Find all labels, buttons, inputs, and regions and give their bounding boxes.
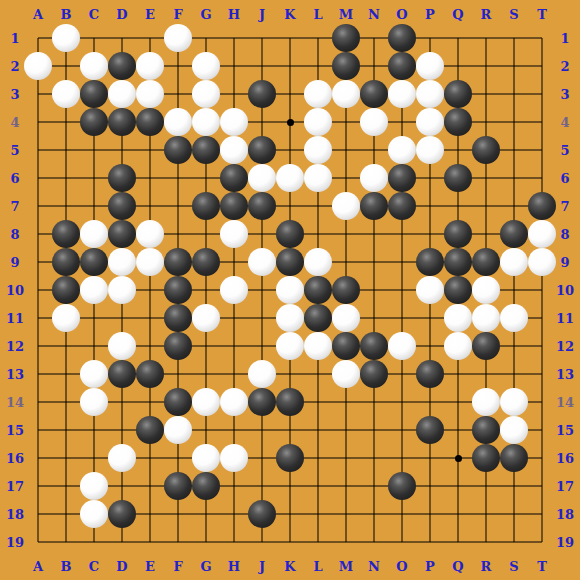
stone-white-P5 [416,136,444,164]
stone-white-B11 [52,304,80,332]
stone-black-O17 [388,472,416,500]
stone-black-M1 [332,24,360,52]
col-label-top-O: O [396,8,407,21]
stone-black-J5 [248,136,276,164]
stone-white-M3 [332,80,360,108]
stone-black-K14 [276,388,304,416]
col-label-bottom-L: L [313,560,322,573]
stone-black-F11 [164,304,192,332]
col-label-bottom-H: H [228,560,240,573]
stone-black-F14 [164,388,192,416]
stone-white-K12 [276,332,304,360]
row-label-right-4: 4 [560,116,569,129]
stone-black-B8 [52,220,80,248]
row-label-right-18: 18 [556,508,574,521]
stone-black-G17 [192,472,220,500]
stone-black-E4 [136,108,164,136]
stone-white-S11 [500,304,528,332]
go-board[interactable]: AABBCCDDEEFFGGHHJJKKLLMMNNOOPPQQRRSSTT11… [0,0,580,580]
stone-black-D2 [108,52,136,80]
row-label-left-4: 4 [10,116,19,129]
stone-white-S9 [500,248,528,276]
col-label-top-E: E [145,8,155,21]
row-label-right-5: 5 [560,144,569,157]
stone-white-S14 [500,388,528,416]
stone-black-C9 [80,248,108,276]
stone-black-G5 [192,136,220,164]
stone-black-B10 [52,276,80,304]
col-label-top-J: J [259,8,265,21]
col-label-bottom-B: B [61,560,72,573]
stone-black-J7 [248,192,276,220]
row-label-right-6: 6 [560,172,569,185]
stone-white-P10 [416,276,444,304]
stone-black-F9 [164,248,192,276]
col-label-top-P: P [425,8,435,21]
row-label-right-9: 9 [560,256,569,269]
col-label-top-D: D [116,8,127,21]
stone-black-D8 [108,220,136,248]
stone-black-F17 [164,472,192,500]
row-label-right-11: 11 [556,312,574,325]
col-label-top-N: N [368,8,380,21]
stone-black-N7 [360,192,388,220]
stone-white-D9 [108,248,136,276]
row-label-right-7: 7 [560,200,569,213]
stone-white-L9 [304,248,332,276]
stone-white-O3 [388,80,416,108]
stone-white-J9 [248,248,276,276]
col-label-bottom-P: P [425,560,435,573]
stone-white-H5 [220,136,248,164]
stone-white-D12 [108,332,136,360]
stone-black-T7 [528,192,556,220]
stone-black-D4 [108,108,136,136]
row-label-left-19: 19 [6,536,24,549]
stone-white-E3 [136,80,164,108]
row-label-left-7: 7 [10,200,19,213]
col-label-bottom-A: A [33,560,43,573]
stone-black-E15 [136,416,164,444]
col-label-top-A: A [33,8,43,21]
stone-black-D18 [108,500,136,528]
row-label-right-17: 17 [556,480,574,493]
stone-white-C14 [80,388,108,416]
stone-white-L6 [304,164,332,192]
stone-white-N6 [360,164,388,192]
stone-black-Q8 [444,220,472,248]
stone-white-D16 [108,444,136,472]
stone-black-Q3 [444,80,472,108]
row-label-left-12: 12 [6,340,24,353]
row-label-left-14: 14 [6,396,24,409]
col-label-bottom-M: M [339,560,353,573]
stone-white-O5 [388,136,416,164]
stone-white-H4 [220,108,248,136]
stone-black-P15 [416,416,444,444]
stone-white-P2 [416,52,444,80]
row-label-right-1: 1 [560,32,569,45]
stone-black-B9 [52,248,80,276]
stone-black-R15 [472,416,500,444]
row-label-left-8: 8 [10,228,19,241]
row-label-left-15: 15 [6,424,24,437]
stone-black-R16 [472,444,500,472]
stone-black-Q6 [444,164,472,192]
stone-black-H6 [220,164,248,192]
stone-black-D7 [108,192,136,220]
stone-black-N13 [360,360,388,388]
stone-black-N3 [360,80,388,108]
stone-black-E13 [136,360,164,388]
stone-black-G9 [192,248,220,276]
stone-white-K11 [276,304,304,332]
row-label-left-5: 5 [10,144,19,157]
stone-white-Q12 [444,332,472,360]
col-label-top-G: G [200,8,211,21]
stone-black-F10 [164,276,192,304]
stone-white-C2 [80,52,108,80]
row-label-left-13: 13 [6,368,24,381]
row-label-right-19: 19 [556,536,574,549]
stone-white-F1 [164,24,192,52]
col-label-bottom-S: S [509,560,518,573]
stone-black-M10 [332,276,360,304]
col-label-top-R: R [481,8,492,21]
row-label-left-2: 2 [10,60,19,73]
stone-white-P3 [416,80,444,108]
row-label-right-2: 2 [560,60,569,73]
col-label-bottom-K: K [284,560,295,573]
stone-white-E9 [136,248,164,276]
stone-white-H10 [220,276,248,304]
stone-black-L10 [304,276,332,304]
stone-black-K8 [276,220,304,248]
stone-black-O7 [388,192,416,220]
stone-white-B3 [52,80,80,108]
stone-white-Q11 [444,304,472,332]
stone-white-J13 [248,360,276,388]
col-label-bottom-O: O [396,560,407,573]
row-label-right-16: 16 [556,452,574,465]
stone-white-H8 [220,220,248,248]
stone-black-G7 [192,192,220,220]
col-label-top-L: L [313,8,322,21]
row-label-left-9: 9 [10,256,19,269]
col-label-top-M: M [339,8,353,21]
stone-white-F15 [164,416,192,444]
row-label-left-17: 17 [6,480,24,493]
row-label-left-18: 18 [6,508,24,521]
stone-white-C17 [80,472,108,500]
stone-black-K16 [276,444,304,472]
row-label-left-1: 1 [10,32,19,45]
stone-black-O1 [388,24,416,52]
col-label-top-F: F [173,8,182,21]
stone-white-K6 [276,164,304,192]
col-label-top-K: K [284,8,295,21]
col-label-bottom-E: E [145,560,155,573]
stone-black-F5 [164,136,192,164]
row-label-left-3: 3 [10,88,19,101]
stone-white-F4 [164,108,192,136]
stone-white-N4 [360,108,388,136]
stone-white-D3 [108,80,136,108]
col-label-bottom-N: N [368,560,380,573]
stone-black-J14 [248,388,276,416]
stone-black-L11 [304,304,332,332]
stone-black-C3 [80,80,108,108]
stone-white-G11 [192,304,220,332]
stone-white-L4 [304,108,332,136]
stone-black-Q4 [444,108,472,136]
stone-white-H14 [220,388,248,416]
stone-white-C8 [80,220,108,248]
stone-black-C4 [80,108,108,136]
stone-white-L3 [304,80,332,108]
col-label-bottom-J: J [259,560,265,573]
stone-white-S15 [500,416,528,444]
stone-black-Q10 [444,276,472,304]
stone-white-P4 [416,108,444,136]
stone-black-J18 [248,500,276,528]
stone-black-M2 [332,52,360,80]
stone-black-Q9 [444,248,472,276]
stone-white-K10 [276,276,304,304]
stone-white-G14 [192,388,220,416]
row-label-left-6: 6 [10,172,19,185]
stone-black-S8 [500,220,528,248]
stone-black-N12 [360,332,388,360]
stone-white-D10 [108,276,136,304]
row-label-right-14: 14 [556,396,574,409]
stone-white-L5 [304,136,332,164]
stone-white-E2 [136,52,164,80]
stone-black-S16 [500,444,528,472]
stone-black-P13 [416,360,444,388]
col-label-bottom-R: R [481,560,492,573]
row-label-left-11: 11 [6,312,24,325]
col-label-bottom-G: G [200,560,211,573]
stone-white-C10 [80,276,108,304]
stone-black-P9 [416,248,444,276]
stone-white-L12 [304,332,332,360]
col-label-top-B: B [61,8,72,21]
col-label-top-C: C [89,8,99,21]
stone-white-C13 [80,360,108,388]
stone-white-T9 [528,248,556,276]
stone-black-K9 [276,248,304,276]
stone-black-O2 [388,52,416,80]
col-label-bottom-C: C [89,560,99,573]
stone-black-O6 [388,164,416,192]
col-label-top-Q: Q [452,8,463,21]
stone-white-C18 [80,500,108,528]
stone-white-M13 [332,360,360,388]
stone-black-D13 [108,360,136,388]
stone-white-M11 [332,304,360,332]
stone-white-G16 [192,444,220,472]
row-label-right-3: 3 [560,88,569,101]
star-point-K4 [287,119,294,126]
stone-black-J3 [248,80,276,108]
stone-black-R12 [472,332,500,360]
col-label-bottom-Q: Q [452,560,463,573]
stone-white-T8 [528,220,556,248]
row-label-left-10: 10 [6,284,24,297]
stone-white-H16 [220,444,248,472]
stone-white-R14 [472,388,500,416]
stone-white-R10 [472,276,500,304]
stone-white-M7 [332,192,360,220]
col-label-top-H: H [228,8,240,21]
stone-white-O12 [388,332,416,360]
row-label-right-10: 10 [556,284,574,297]
stone-black-H7 [220,192,248,220]
row-label-right-15: 15 [556,424,574,437]
stone-white-E8 [136,220,164,248]
stone-white-G4 [192,108,220,136]
row-label-left-16: 16 [6,452,24,465]
stone-black-R5 [472,136,500,164]
row-label-right-13: 13 [556,368,574,381]
col-label-bottom-D: D [116,560,127,573]
stone-black-R9 [472,248,500,276]
stone-white-R11 [472,304,500,332]
stone-black-M12 [332,332,360,360]
row-label-right-8: 8 [560,228,569,241]
col-label-bottom-F: F [173,560,182,573]
col-label-top-S: S [509,8,518,21]
stone-white-G3 [192,80,220,108]
stone-white-G2 [192,52,220,80]
stone-black-D6 [108,164,136,192]
stone-white-J6 [248,164,276,192]
col-label-top-T: T [537,8,547,21]
stone-black-F12 [164,332,192,360]
star-point-Q16 [455,455,462,462]
stone-white-A2 [24,52,52,80]
stone-white-B1 [52,24,80,52]
row-label-right-12: 12 [556,340,574,353]
col-label-bottom-T: T [537,560,547,573]
